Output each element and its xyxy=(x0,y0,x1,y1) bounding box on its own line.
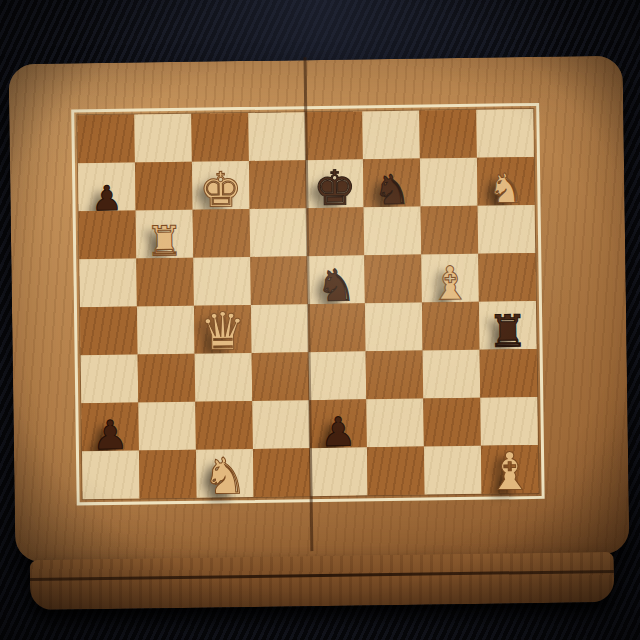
square-c8[interactable] xyxy=(191,113,249,162)
square-d5[interactable] xyxy=(250,256,308,305)
square-f8[interactable] xyxy=(362,111,420,160)
board-grid: ♟♚♚♞♞♜♞♝♛♜♟♟♞♝ xyxy=(77,109,538,499)
piece-black-rook-h4[interactable]: ♜ xyxy=(479,309,537,354)
square-c4[interactable]: ♛ xyxy=(194,305,252,354)
square-f4[interactable] xyxy=(365,303,423,352)
square-g1[interactable] xyxy=(424,446,482,495)
piece-white-knight-c1[interactable]: ♞ xyxy=(196,451,254,502)
square-e1[interactable] xyxy=(310,447,368,496)
square-a4[interactable] xyxy=(80,307,138,356)
piece-black-pawn-e2[interactable]: ♟ xyxy=(309,411,367,452)
square-g5[interactable]: ♝ xyxy=(421,254,479,303)
square-d1[interactable] xyxy=(253,448,311,497)
piece-black-king-e7[interactable]: ♚ xyxy=(306,163,364,212)
square-g2[interactable] xyxy=(423,398,481,447)
square-b6[interactable]: ♜ xyxy=(136,210,194,259)
square-c7[interactable]: ♚ xyxy=(192,161,250,210)
square-g3[interactable] xyxy=(423,350,481,399)
square-c5[interactable] xyxy=(193,257,251,306)
square-h6[interactable] xyxy=(478,205,536,254)
square-e2[interactable]: ♟ xyxy=(309,399,367,448)
square-b4[interactable] xyxy=(137,306,195,355)
piece-white-king-c7[interactable]: ♚ xyxy=(192,165,250,214)
square-b2[interactable] xyxy=(138,402,196,451)
piece-black-knight-f7[interactable]: ♞ xyxy=(363,170,421,212)
piece-white-knight-h7[interactable]: ♞ xyxy=(477,168,535,210)
square-c2[interactable] xyxy=(195,401,253,450)
square-c3[interactable] xyxy=(195,353,253,402)
square-d2[interactable] xyxy=(252,400,310,449)
square-g6[interactable] xyxy=(421,206,479,255)
square-a1[interactable] xyxy=(82,451,140,500)
square-g4[interactable] xyxy=(422,302,480,351)
square-d8[interactable] xyxy=(248,112,306,161)
square-e4[interactable] xyxy=(308,303,366,352)
square-a2[interactable]: ♟ xyxy=(81,403,139,452)
square-a8[interactable] xyxy=(77,115,135,164)
square-e5[interactable]: ♞ xyxy=(307,255,365,304)
square-d4[interactable] xyxy=(251,304,309,353)
square-a6[interactable] xyxy=(79,211,137,260)
square-b3[interactable] xyxy=(138,354,196,403)
square-a3[interactable] xyxy=(81,355,139,404)
square-f2[interactable] xyxy=(366,399,424,448)
square-f3[interactable] xyxy=(366,351,424,400)
piece-white-rook-b6[interactable]: ♜ xyxy=(136,221,194,263)
square-a5[interactable] xyxy=(79,259,137,308)
square-h8[interactable] xyxy=(476,109,534,158)
square-a7[interactable]: ♟ xyxy=(78,163,136,212)
square-c6[interactable] xyxy=(193,209,251,258)
piece-black-knight-e5[interactable]: ♞ xyxy=(307,263,365,308)
square-d3[interactable] xyxy=(252,352,310,401)
square-h7[interactable]: ♞ xyxy=(477,157,535,206)
square-f1[interactable] xyxy=(367,447,425,496)
chess-board-playing-area: ♟♚♚♞♞♜♞♝♛♜♟♟♞♝ xyxy=(77,109,538,499)
square-d6[interactable] xyxy=(250,208,308,257)
square-b1[interactable] xyxy=(139,450,197,499)
square-h5[interactable] xyxy=(478,253,536,302)
square-h1[interactable]: ♝ xyxy=(481,445,539,494)
square-b8[interactable] xyxy=(134,114,192,163)
square-g7[interactable] xyxy=(420,158,478,207)
square-e8[interactable] xyxy=(305,111,363,160)
hinge-line xyxy=(30,570,614,581)
square-e7[interactable]: ♚ xyxy=(306,159,364,208)
piece-white-queen-c4[interactable]: ♛ xyxy=(194,305,252,358)
piece-black-pawn-a2[interactable]: ♟ xyxy=(81,415,139,456)
square-d7[interactable] xyxy=(249,160,307,209)
square-e3[interactable] xyxy=(309,351,367,400)
square-h2[interactable] xyxy=(480,397,538,446)
piece-white-bishop-g5[interactable]: ♝ xyxy=(421,260,479,307)
square-g8[interactable] xyxy=(419,110,477,159)
square-b5[interactable] xyxy=(136,258,194,307)
photo-background: ♟♚♚♞♞♜♞♝♛♜♟♟♞♝ xyxy=(0,0,640,640)
chess-board-frame: ♟♚♚♞♞♜♞♝♛♜♟♟♞♝ xyxy=(9,56,630,563)
piece-white-bishop-h1[interactable]: ♝ xyxy=(481,445,539,498)
board-front-edge xyxy=(30,552,615,610)
square-c1[interactable]: ♞ xyxy=(196,449,254,498)
square-b7[interactable] xyxy=(135,162,193,211)
square-e6[interactable] xyxy=(307,207,365,256)
square-f6[interactable] xyxy=(364,207,422,256)
square-f7[interactable]: ♞ xyxy=(363,159,421,208)
square-h4[interactable]: ♜ xyxy=(479,301,537,350)
square-h3[interactable] xyxy=(480,349,538,398)
square-f5[interactable] xyxy=(364,255,422,304)
